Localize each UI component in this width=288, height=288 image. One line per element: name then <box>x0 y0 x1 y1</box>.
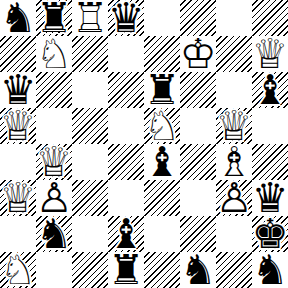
square-d6[interactable] <box>108 72 144 108</box>
square-d4[interactable] <box>108 144 144 180</box>
square-d7[interactable] <box>108 36 144 72</box>
piece-glyph-layer: ♞ <box>36 216 72 252</box>
piece-glyph-layer: ♜ <box>108 252 144 288</box>
square-c1[interactable] <box>72 252 108 288</box>
square-f6[interactable] <box>180 72 216 108</box>
square-c8[interactable]: ♜♖ <box>72 0 108 36</box>
square-f5[interactable] <box>180 108 216 144</box>
square-d8[interactable]: ♛ <box>108 0 144 36</box>
square-c4[interactable] <box>72 144 108 180</box>
square-g2[interactable] <box>216 216 252 252</box>
square-b1[interactable] <box>36 252 72 288</box>
black-bishop-h6: ♝ <box>252 72 288 108</box>
square-d1[interactable]: ♜ <box>108 252 144 288</box>
square-e1[interactable] <box>144 252 180 288</box>
piece-outline-layer: ♕ <box>0 108 36 144</box>
white-rook-c8: ♜♖ <box>72 0 108 36</box>
square-e2[interactable] <box>144 216 180 252</box>
black-knight-b2: ♞ <box>36 216 72 252</box>
square-h1[interactable]: ♞ <box>252 252 288 288</box>
piece-glyph-layer: ♞ <box>0 0 36 36</box>
piece-outline-layer: ♔ <box>180 36 216 72</box>
black-queen-d8: ♛ <box>108 0 144 36</box>
black-bishop-e4: ♝ <box>144 144 180 180</box>
piece-glyph-layer: ♝ <box>144 144 180 180</box>
white-queen-a5: ♛♕ <box>0 108 36 144</box>
square-c5[interactable] <box>72 108 108 144</box>
square-a3[interactable]: ♛♕ <box>0 180 36 216</box>
square-g7[interactable] <box>216 36 252 72</box>
square-a1[interactable]: ♞♘ <box>0 252 36 288</box>
white-knight-b7: ♞♘ <box>36 36 72 72</box>
piece-glyph-layer: ♛ <box>108 0 144 36</box>
square-g1[interactable] <box>216 252 252 288</box>
white-pawn-g3: ♟♙ <box>216 180 252 216</box>
square-g3[interactable]: ♟♙ <box>216 180 252 216</box>
black-knight-a8: ♞ <box>0 0 36 36</box>
piece-glyph-layer: ♝ <box>252 72 288 108</box>
square-f4[interactable] <box>180 144 216 180</box>
piece-glyph-layer: ♞ <box>180 252 216 288</box>
square-e4[interactable]: ♝ <box>144 144 180 180</box>
square-f1[interactable]: ♞ <box>180 252 216 288</box>
white-queen-a3: ♛♕ <box>0 180 36 216</box>
square-e3[interactable] <box>144 180 180 216</box>
white-knight-a1: ♞♘ <box>0 252 36 288</box>
piece-outline-layer: ♕ <box>0 180 36 216</box>
square-e8[interactable] <box>144 0 180 36</box>
square-b7[interactable]: ♞♘ <box>36 36 72 72</box>
square-h5[interactable] <box>252 108 288 144</box>
square-b2[interactable]: ♞ <box>36 216 72 252</box>
white-king-f7: ♚♔ <box>180 36 216 72</box>
square-b6[interactable] <box>36 72 72 108</box>
black-knight-h1: ♞ <box>252 252 288 288</box>
square-c7[interactable] <box>72 36 108 72</box>
square-h6[interactable]: ♝ <box>252 72 288 108</box>
square-c2[interactable] <box>72 216 108 252</box>
piece-glyph-layer: ♞ <box>252 252 288 288</box>
piece-outline-layer: ♙ <box>216 180 252 216</box>
square-c3[interactable] <box>72 180 108 216</box>
square-a5[interactable]: ♛♕ <box>0 108 36 144</box>
chess-board: ♞♜♜♖♛♞♘♚♔♛♕♛♜♝♛♕♞♘♛♕♛♕♝♝♗♛♕♟♙♟♙♛♞♝♚♞♘♜♞♞ <box>0 0 288 288</box>
black-knight-f1: ♞ <box>180 252 216 288</box>
piece-outline-layer: ♘ <box>0 252 36 288</box>
square-f3[interactable] <box>180 180 216 216</box>
piece-outline-layer: ♖ <box>72 0 108 36</box>
square-c6[interactable] <box>72 72 108 108</box>
square-d5[interactable] <box>108 108 144 144</box>
square-f7[interactable]: ♚♔ <box>180 36 216 72</box>
square-a8[interactable]: ♞ <box>0 0 36 36</box>
black-rook-d1: ♜ <box>108 252 144 288</box>
piece-outline-layer: ♘ <box>36 36 72 72</box>
square-g8[interactable] <box>216 0 252 36</box>
